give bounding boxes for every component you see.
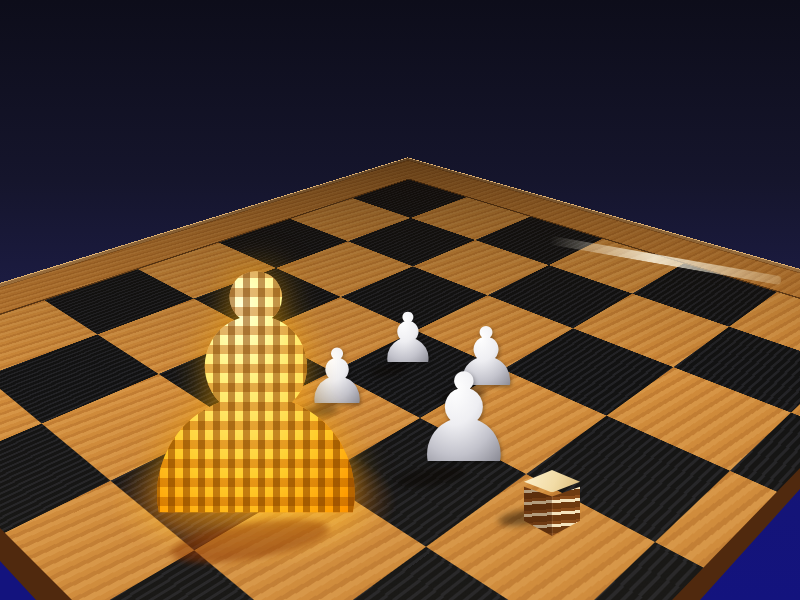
gold-glass-pawn-glyph: ♟ (108, 233, 404, 563)
silver-pawn-glyph: ♟ (409, 357, 519, 480)
cube-top-face (524, 470, 580, 492)
silver-pawn-front: ♟ (409, 357, 519, 480)
wooden-cube (524, 470, 580, 536)
rendered-chess-scene: ♟♟♟♟♟ (0, 0, 800, 600)
gold-glass-pawn: ♟ (108, 233, 404, 563)
